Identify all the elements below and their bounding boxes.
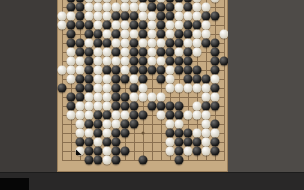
white-stone bbox=[85, 39, 94, 48]
white-stone bbox=[121, 66, 130, 75]
white-stone bbox=[94, 48, 103, 57]
black-stone bbox=[130, 84, 139, 93]
white-stone bbox=[94, 21, 103, 30]
white-stone bbox=[103, 3, 112, 12]
white-stone bbox=[193, 102, 202, 111]
black-stone bbox=[157, 21, 166, 30]
black-stone bbox=[184, 48, 193, 57]
black-stone bbox=[166, 57, 175, 66]
black-stone bbox=[67, 102, 76, 111]
black-stone bbox=[67, 93, 76, 102]
white-stone bbox=[76, 57, 85, 66]
white-stone bbox=[193, 30, 202, 39]
white-stone bbox=[166, 120, 175, 129]
white-stone bbox=[103, 75, 112, 84]
black-stone bbox=[211, 57, 220, 66]
white-stone bbox=[103, 93, 112, 102]
white-stone bbox=[157, 93, 166, 102]
black-stone bbox=[103, 111, 112, 120]
white-stone bbox=[58, 21, 67, 30]
black-stone bbox=[85, 75, 94, 84]
black-stone bbox=[211, 48, 220, 57]
white-stone bbox=[58, 12, 67, 21]
black-stone bbox=[103, 138, 112, 147]
white-stone bbox=[67, 111, 76, 120]
black-stone bbox=[76, 12, 85, 21]
black-stone bbox=[94, 156, 103, 165]
white-stone bbox=[130, 30, 139, 39]
white-stone bbox=[85, 93, 94, 102]
white-stone bbox=[184, 84, 193, 93]
black-stone bbox=[130, 12, 139, 21]
black-stone bbox=[184, 57, 193, 66]
black-stone bbox=[220, 57, 229, 66]
white-stone bbox=[103, 156, 112, 165]
black-stone bbox=[67, 39, 76, 48]
black-stone bbox=[121, 102, 130, 111]
black-stone bbox=[184, 30, 193, 39]
white-stone bbox=[112, 3, 121, 12]
black-stone bbox=[184, 21, 193, 30]
black-stone bbox=[175, 57, 184, 66]
white-stone bbox=[139, 93, 148, 102]
black-stone bbox=[130, 48, 139, 57]
black-stone bbox=[202, 39, 211, 48]
black-stone bbox=[130, 66, 139, 75]
white-stone bbox=[193, 39, 202, 48]
black-stone bbox=[112, 138, 121, 147]
white-stone bbox=[103, 12, 112, 21]
black-stone bbox=[121, 120, 130, 129]
white-stone bbox=[121, 111, 130, 120]
white-stone bbox=[175, 120, 184, 129]
black-stone bbox=[94, 30, 103, 39]
black-stone bbox=[94, 147, 103, 156]
white-stone bbox=[103, 120, 112, 129]
black-stone bbox=[166, 12, 175, 21]
black-stone bbox=[184, 75, 193, 84]
black-stone bbox=[112, 93, 121, 102]
white-stone bbox=[121, 30, 130, 39]
white-stone bbox=[202, 84, 211, 93]
black-stone bbox=[211, 12, 220, 21]
black-stone bbox=[94, 129, 103, 138]
black-stone bbox=[148, 3, 157, 12]
white-stone bbox=[202, 93, 211, 102]
black-stone bbox=[85, 156, 94, 165]
black-stone bbox=[139, 48, 148, 57]
black-stone bbox=[211, 84, 220, 93]
white-stone bbox=[76, 120, 85, 129]
white-stone bbox=[166, 30, 175, 39]
black-stone bbox=[94, 120, 103, 129]
black-stone bbox=[85, 84, 94, 93]
white-stone bbox=[103, 147, 112, 156]
black-stone bbox=[148, 66, 157, 75]
white-stone bbox=[211, 0, 220, 3]
black-stone bbox=[112, 129, 121, 138]
white-stone bbox=[184, 111, 193, 120]
black-stone bbox=[166, 39, 175, 48]
black-stone bbox=[76, 21, 85, 30]
black-stone bbox=[139, 21, 148, 30]
black-stone bbox=[112, 12, 121, 21]
white-stone bbox=[202, 3, 211, 12]
white-stone bbox=[103, 57, 112, 66]
white-stone bbox=[157, 39, 166, 48]
bottom-left-thumbnail bbox=[0, 178, 29, 190]
black-stone bbox=[130, 111, 139, 120]
white-stone bbox=[193, 3, 202, 12]
white-stone bbox=[193, 111, 202, 120]
white-stone bbox=[202, 21, 211, 30]
black-stone bbox=[85, 147, 94, 156]
white-stone bbox=[103, 30, 112, 39]
white-stone bbox=[112, 111, 121, 120]
black-stone bbox=[184, 129, 193, 138]
white-stone bbox=[166, 75, 175, 84]
white-stone bbox=[85, 12, 94, 21]
black-stone bbox=[175, 102, 184, 111]
black-stone bbox=[130, 102, 139, 111]
black-stone bbox=[148, 102, 157, 111]
black-stone bbox=[76, 39, 85, 48]
white-stone bbox=[184, 12, 193, 21]
black-stone bbox=[112, 156, 121, 165]
white-stone bbox=[94, 75, 103, 84]
black-stone bbox=[157, 66, 166, 75]
white-stone bbox=[193, 12, 202, 21]
black-stone bbox=[184, 138, 193, 147]
black-stone bbox=[166, 129, 175, 138]
white-stone bbox=[121, 3, 130, 12]
white-stone bbox=[94, 3, 103, 12]
white-stone bbox=[148, 93, 157, 102]
white-stone bbox=[220, 30, 229, 39]
white-stone bbox=[58, 66, 67, 75]
white-stone bbox=[76, 111, 85, 120]
white-stone bbox=[67, 66, 76, 75]
black-stone bbox=[85, 30, 94, 39]
video-player-frame: «‹‹‹▪›››»»| › ····· ····· ····· ···· bbox=[0, 0, 304, 190]
black-stone bbox=[94, 111, 103, 120]
white-stone bbox=[94, 138, 103, 147]
white-stone bbox=[166, 138, 175, 147]
black-stone bbox=[175, 138, 184, 147]
white-stone bbox=[175, 21, 184, 30]
white-stone bbox=[67, 75, 76, 84]
black-stone bbox=[166, 102, 175, 111]
white-stone bbox=[103, 48, 112, 57]
black-stone bbox=[85, 66, 94, 75]
white-stone bbox=[94, 102, 103, 111]
left-letterbox-panel bbox=[0, 0, 57, 172]
white-stone bbox=[67, 12, 76, 21]
white-stone bbox=[175, 3, 184, 12]
black-stone bbox=[166, 48, 175, 57]
white-stone bbox=[121, 21, 130, 30]
white-stone bbox=[67, 48, 76, 57]
black-stone bbox=[85, 120, 94, 129]
white-stone bbox=[157, 111, 166, 120]
black-stone bbox=[211, 39, 220, 48]
white-stone bbox=[121, 39, 130, 48]
white-stone bbox=[85, 3, 94, 12]
black-stone bbox=[85, 57, 94, 66]
black-stone bbox=[157, 75, 166, 84]
black-stone bbox=[139, 66, 148, 75]
black-stone bbox=[76, 48, 85, 57]
black-stone bbox=[121, 75, 130, 84]
white-stone bbox=[67, 57, 76, 66]
white-stone bbox=[148, 57, 157, 66]
black-stone bbox=[193, 147, 202, 156]
black-stone bbox=[103, 39, 112, 48]
black-stone bbox=[67, 3, 76, 12]
white-stone bbox=[202, 147, 211, 156]
white-stone bbox=[166, 84, 175, 93]
black-stone bbox=[130, 120, 139, 129]
white-stone bbox=[112, 39, 121, 48]
white-stone bbox=[76, 129, 85, 138]
black-stone bbox=[193, 75, 202, 84]
black-stone bbox=[121, 12, 130, 21]
star-point bbox=[142, 132, 145, 135]
black-stone bbox=[175, 30, 184, 39]
go-board bbox=[57, 0, 228, 172]
black-stone bbox=[157, 12, 166, 21]
black-stone bbox=[112, 48, 121, 57]
white-stone bbox=[85, 129, 94, 138]
white-stone bbox=[175, 48, 184, 57]
black-stone bbox=[58, 84, 67, 93]
black-stone bbox=[139, 57, 148, 66]
black-stone bbox=[76, 3, 85, 12]
white-stone bbox=[157, 57, 166, 66]
white-stone bbox=[148, 12, 157, 21]
white-stone bbox=[94, 57, 103, 66]
white-stone bbox=[202, 138, 211, 147]
black-stone bbox=[112, 30, 121, 39]
black-stone bbox=[76, 138, 85, 147]
black-stone bbox=[94, 39, 103, 48]
white-stone bbox=[184, 147, 193, 156]
white-stone bbox=[76, 66, 85, 75]
black-stone bbox=[157, 3, 166, 12]
white-stone bbox=[121, 57, 130, 66]
black-stone bbox=[130, 21, 139, 30]
black-stone bbox=[166, 3, 175, 12]
black-stone bbox=[184, 66, 193, 75]
white-stone bbox=[148, 48, 157, 57]
white-stone bbox=[211, 75, 220, 84]
black-stone bbox=[121, 129, 130, 138]
black-stone bbox=[211, 147, 220, 156]
white-stone bbox=[85, 111, 94, 120]
black-stone bbox=[193, 66, 202, 75]
black-stone bbox=[211, 138, 220, 147]
white-stone bbox=[211, 129, 220, 138]
black-stone bbox=[85, 48, 94, 57]
white-stone bbox=[121, 48, 130, 57]
black-stone bbox=[103, 66, 112, 75]
black-stone bbox=[202, 102, 211, 111]
black-stone bbox=[112, 75, 121, 84]
black-stone bbox=[184, 3, 193, 12]
white-stone bbox=[166, 21, 175, 30]
black-stone bbox=[85, 138, 94, 147]
white-stone bbox=[139, 3, 148, 12]
white-stone bbox=[148, 30, 157, 39]
black-stone bbox=[76, 75, 85, 84]
white-stone bbox=[202, 30, 211, 39]
white-stone bbox=[130, 93, 139, 102]
white-stone bbox=[202, 120, 211, 129]
black-stone bbox=[139, 30, 148, 39]
white-stone bbox=[103, 129, 112, 138]
black-stone bbox=[211, 120, 220, 129]
white-stone bbox=[103, 102, 112, 111]
black-stone bbox=[157, 30, 166, 39]
white-stone bbox=[175, 84, 184, 93]
black-stone bbox=[202, 12, 211, 21]
black-stone bbox=[139, 156, 148, 165]
white-stone bbox=[94, 84, 103, 93]
black-stone bbox=[121, 147, 130, 156]
black-stone bbox=[211, 102, 220, 111]
white-stone bbox=[148, 39, 157, 48]
white-stone bbox=[112, 120, 121, 129]
white-stone bbox=[130, 75, 139, 84]
black-stone bbox=[67, 21, 76, 30]
black-stone bbox=[193, 138, 202, 147]
black-stone bbox=[112, 147, 121, 156]
black-stone bbox=[130, 57, 139, 66]
playback-control-bar: «‹‹‹▪›››»»| › ····· ····· ····· ···· bbox=[0, 172, 304, 190]
black-stone bbox=[76, 93, 85, 102]
white-stone bbox=[76, 102, 85, 111]
black-stone bbox=[85, 21, 94, 30]
white-stone bbox=[130, 3, 139, 12]
black-stone bbox=[103, 21, 112, 30]
black-stone bbox=[130, 39, 139, 48]
black-stone bbox=[175, 129, 184, 138]
white-stone bbox=[193, 129, 202, 138]
white-stone bbox=[175, 12, 184, 21]
black-stone bbox=[121, 93, 130, 102]
white-stone bbox=[94, 12, 103, 21]
black-stone bbox=[175, 156, 184, 165]
white-stone bbox=[139, 39, 148, 48]
white-stone bbox=[139, 12, 148, 21]
black-stone bbox=[67, 30, 76, 39]
black-stone bbox=[157, 102, 166, 111]
right-letterbox-panel bbox=[228, 0, 304, 172]
white-stone bbox=[193, 48, 202, 57]
white-stone bbox=[211, 93, 220, 102]
black-stone bbox=[112, 102, 121, 111]
black-stone bbox=[211, 66, 220, 75]
black-stone bbox=[139, 111, 148, 120]
grid-line-v bbox=[224, 0, 225, 161]
white-stone bbox=[166, 66, 175, 75]
black-stone bbox=[175, 39, 184, 48]
white-stone bbox=[184, 39, 193, 48]
white-stone bbox=[166, 147, 175, 156]
black-stone bbox=[112, 84, 121, 93]
black-stone bbox=[166, 111, 175, 120]
black-stone bbox=[157, 48, 166, 57]
black-stone bbox=[139, 75, 148, 84]
black-stone bbox=[202, 75, 211, 84]
black-stone bbox=[76, 84, 85, 93]
white-stone bbox=[103, 84, 112, 93]
white-stone bbox=[148, 21, 157, 30]
black-stone bbox=[175, 147, 184, 156]
black-stone bbox=[175, 66, 184, 75]
white-stone bbox=[112, 57, 121, 66]
white-stone bbox=[94, 93, 103, 102]
black-stone bbox=[193, 21, 202, 30]
white-stone bbox=[112, 21, 121, 30]
white-stone bbox=[202, 129, 211, 138]
white-stone bbox=[193, 84, 202, 93]
white-stone bbox=[85, 102, 94, 111]
black-stone bbox=[175, 111, 184, 120]
white-stone bbox=[202, 111, 211, 120]
white-stone bbox=[94, 66, 103, 75]
white-stone bbox=[139, 84, 148, 93]
black-stone bbox=[112, 66, 121, 75]
